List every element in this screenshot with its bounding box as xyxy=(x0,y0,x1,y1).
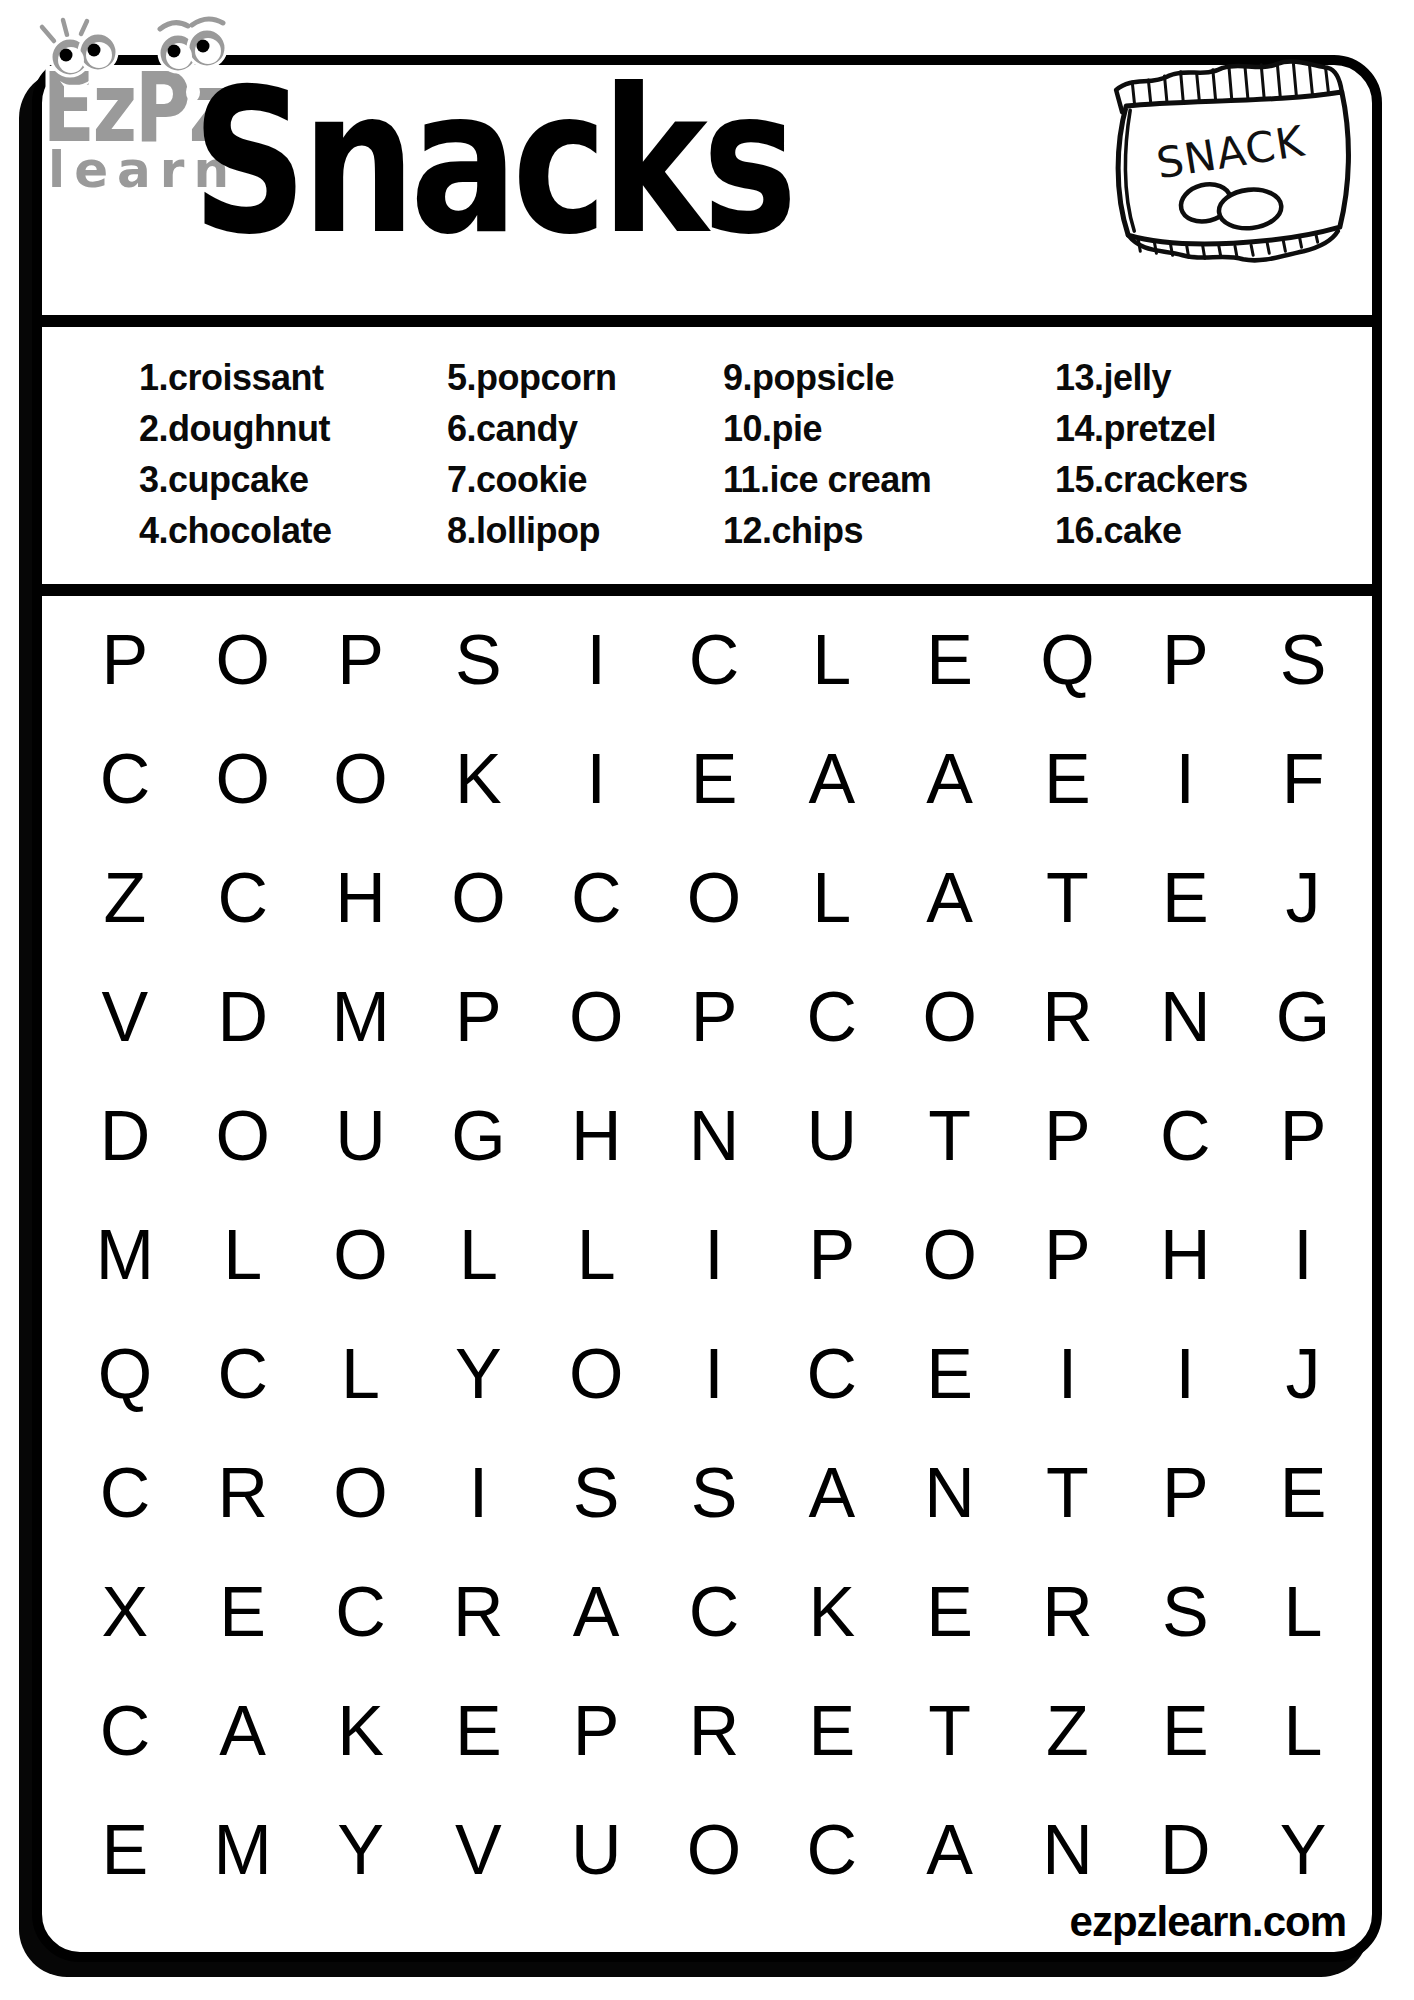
grid-cell[interactable]: C xyxy=(655,600,773,719)
grid-cell[interactable]: P xyxy=(1126,600,1244,719)
grid-cell[interactable]: O xyxy=(655,838,773,957)
page-title: Snacks xyxy=(192,17,792,307)
grid-cell[interactable]: E xyxy=(1244,1434,1362,1553)
grid-cell[interactable]: T xyxy=(891,1076,1009,1195)
grid-cell[interactable]: C xyxy=(66,719,184,838)
grid-cell[interactable]: O xyxy=(537,957,655,1076)
site-credit: ezpzlearn.com xyxy=(1070,1898,1346,1946)
word-list-column-3: 9.popsicle10.pie11.ice cream12.chips xyxy=(723,352,1055,556)
grid-cell[interactable]: E xyxy=(773,1672,891,1791)
grid-cell[interactable]: P xyxy=(655,957,773,1076)
header: EzPz learn xyxy=(42,65,1372,315)
grid-cell[interactable]: O xyxy=(184,719,302,838)
word-list-item: 1.croissant xyxy=(139,352,447,403)
grid-cell[interactable]: A xyxy=(891,838,1009,957)
grid-cell[interactable]: N xyxy=(655,1076,773,1195)
grid-cell[interactable]: E xyxy=(184,1553,302,1672)
word-list-item: 5.popcorn xyxy=(447,352,723,403)
grid-cell[interactable]: E xyxy=(1126,838,1244,957)
grid-cell[interactable]: V xyxy=(66,957,184,1076)
word-list-item: 7.cookie xyxy=(447,454,723,505)
grid-cell[interactable]: A xyxy=(184,1672,302,1791)
word-list-column-1: 1.croissant2.doughnut3.cupcake4.chocolat… xyxy=(139,352,447,556)
grid-cell[interactable]: D xyxy=(66,1076,184,1195)
grid-cell[interactable]: Z xyxy=(66,838,184,957)
grid-cell[interactable]: C xyxy=(773,1791,891,1910)
grid-cell[interactable]: L xyxy=(1244,1553,1362,1672)
grid-cell[interactable]: C xyxy=(184,838,302,957)
grid-cell[interactable]: E xyxy=(419,1672,537,1791)
grid-cell[interactable]: S xyxy=(1244,600,1362,719)
word-list-item: 4.chocolate xyxy=(139,505,447,556)
grid-cell[interactable]: K xyxy=(773,1553,891,1672)
grid-cell[interactable]: I xyxy=(1126,1315,1244,1434)
grid-cell[interactable]: Y xyxy=(419,1315,537,1434)
grid-cell[interactable]: L xyxy=(1244,1672,1362,1791)
grid-cell[interactable]: U xyxy=(302,1076,420,1195)
grid-cell[interactable]: A xyxy=(773,719,891,838)
word-list-item: 9.popsicle xyxy=(723,352,1055,403)
grid-cell[interactable]: C xyxy=(655,1553,773,1672)
grid-cell[interactable]: P xyxy=(302,600,420,719)
grid-cell[interactable]: S xyxy=(655,1434,773,1553)
word-list-item: 8.lollipop xyxy=(447,505,723,556)
grid-cell[interactable]: J xyxy=(1244,1315,1362,1434)
grid-cell[interactable]: O xyxy=(184,600,302,719)
word-list-item: 12.chips xyxy=(723,505,1055,556)
grid-cell[interactable]: Y xyxy=(1244,1791,1362,1910)
grid-cell[interactable]: T xyxy=(891,1672,1009,1791)
grid-cell[interactable]: R xyxy=(1009,1553,1127,1672)
grid-cell[interactable]: Z xyxy=(1009,1672,1127,1791)
grid-cell[interactable]: N xyxy=(891,1434,1009,1553)
grid-cell[interactable]: A xyxy=(773,1434,891,1553)
grid-cell[interactable]: O xyxy=(655,1791,773,1910)
grid-cell[interactable]: R xyxy=(1009,957,1127,1076)
grid-cell[interactable]: L xyxy=(419,1195,537,1314)
word-list-column-2: 5.popcorn6.candy7.cookie8.lollipop xyxy=(447,352,723,556)
grid-cell[interactable]: A xyxy=(891,1791,1009,1910)
grid-cell[interactable]: P xyxy=(537,1672,655,1791)
grid-cell[interactable]: L xyxy=(773,838,891,957)
grid-cell[interactable]: M xyxy=(66,1195,184,1314)
grid-cell[interactable]: E xyxy=(891,1553,1009,1672)
grid-cell[interactable]: E xyxy=(1009,719,1127,838)
grid-cell[interactable]: P xyxy=(419,957,537,1076)
grid-cell[interactable]: H xyxy=(302,838,420,957)
grid-cell[interactable]: P xyxy=(1244,1076,1362,1195)
grid-cell[interactable]: C xyxy=(184,1315,302,1434)
word-list-item: 6.candy xyxy=(447,403,723,454)
word-list-item: 3.cupcake xyxy=(139,454,447,505)
grid-cell[interactable]: I xyxy=(537,600,655,719)
grid-cell[interactable]: R xyxy=(419,1553,537,1672)
grid-cell[interactable]: T xyxy=(1009,1434,1127,1553)
grid-cell[interactable]: O xyxy=(302,719,420,838)
grid-cell[interactable]: P xyxy=(773,1195,891,1314)
grid-cell[interactable]: D xyxy=(1126,1791,1244,1910)
word-list: 1.croissant2.doughnut3.cupcake4.chocolat… xyxy=(42,327,1372,584)
grid-cell[interactable]: P xyxy=(1126,1434,1244,1553)
grid-cell[interactable]: D xyxy=(184,957,302,1076)
word-list-item: 16.cake xyxy=(1055,505,1372,556)
word-list-item: 11.ice cream xyxy=(723,454,1055,505)
divider-top xyxy=(42,315,1372,327)
grid-cell[interactable]: I xyxy=(655,1315,773,1434)
grid-cell[interactable]: E xyxy=(891,1315,1009,1434)
word-list-column-4: 13.jelly14.pretzel15.crackers16.cake xyxy=(1055,352,1372,556)
grid-cell[interactable]: C xyxy=(66,1434,184,1553)
snack-bag-illustration: SNACK xyxy=(1102,41,1364,269)
grid-cell[interactable]: Q xyxy=(1009,600,1127,719)
grid-cell[interactable]: J xyxy=(1244,838,1362,957)
grid-cell[interactable]: P xyxy=(1009,1195,1127,1314)
grid-cell[interactable]: A xyxy=(891,719,1009,838)
grid-cell[interactable]: P xyxy=(66,600,184,719)
grid-cell[interactable]: V xyxy=(419,1791,537,1910)
word-list-item: 13.jelly xyxy=(1055,352,1372,403)
grid-cell[interactable]: P xyxy=(1009,1076,1127,1195)
grid-cell[interactable]: E xyxy=(66,1791,184,1910)
grid-cell[interactable]: C xyxy=(1126,1076,1244,1195)
grid-cell[interactable]: F xyxy=(1244,719,1362,838)
grid-cell[interactable]: R xyxy=(184,1434,302,1553)
grid-cell[interactable]: C xyxy=(773,957,891,1076)
grid-cell[interactable]: L xyxy=(773,600,891,719)
grid-cell[interactable]: U xyxy=(537,1791,655,1910)
grid-cell[interactable]: C xyxy=(302,1553,420,1672)
grid-cell[interactable]: O xyxy=(419,838,537,957)
word-list-item: 15.crackers xyxy=(1055,454,1372,505)
grid-cell[interactable]: N xyxy=(1126,957,1244,1076)
grid-cell[interactable]: N xyxy=(1009,1791,1127,1910)
grid-cell[interactable]: I xyxy=(655,1195,773,1314)
grid-cell[interactable]: S xyxy=(1126,1553,1244,1672)
grid-cell[interactable]: Y xyxy=(302,1791,420,1910)
grid-cell[interactable]: I xyxy=(419,1434,537,1553)
grid-cell[interactable]: C xyxy=(773,1315,891,1434)
grid-cell[interactable]: I xyxy=(1244,1195,1362,1314)
grid-cell[interactable]: H xyxy=(537,1076,655,1195)
word-list-item: 10.pie xyxy=(723,403,1055,454)
grid-cell[interactable]: G xyxy=(419,1076,537,1195)
letter-grid: POPSICLEQPSCOOKIEAAEIFZCHOCOLATEJVDMPOPC… xyxy=(42,596,1372,1952)
grid-cell[interactable]: O xyxy=(537,1315,655,1434)
grid-cell[interactable]: L xyxy=(537,1195,655,1314)
grid-cell[interactable]: Q xyxy=(66,1315,184,1434)
grid-cell[interactable]: O xyxy=(891,1195,1009,1314)
grid-cell[interactable]: I xyxy=(1009,1315,1127,1434)
grid-cell[interactable]: X xyxy=(66,1553,184,1672)
word-list-item: 14.pretzel xyxy=(1055,403,1372,454)
grid-cell[interactable]: O xyxy=(302,1434,420,1553)
grid-cell[interactable]: C xyxy=(537,838,655,957)
grid-cell[interactable]: G xyxy=(1244,957,1362,1076)
grid-cell[interactable]: M xyxy=(184,1791,302,1910)
grid-cell[interactable]: R xyxy=(655,1672,773,1791)
grid-cell[interactable]: I xyxy=(1126,719,1244,838)
grid-cell[interactable]: A xyxy=(537,1553,655,1672)
grid-cell[interactable]: O xyxy=(184,1076,302,1195)
grid-cell[interactable]: S xyxy=(537,1434,655,1553)
grid-cell[interactable]: K xyxy=(302,1672,420,1791)
grid-cell[interactable]: L xyxy=(184,1195,302,1314)
grid-cell[interactable]: S xyxy=(419,600,537,719)
grid-cell[interactable]: U xyxy=(773,1076,891,1195)
grid-cell[interactable]: O xyxy=(891,957,1009,1076)
word-list-item: 2.doughnut xyxy=(139,403,447,454)
grid-cell[interactable]: M xyxy=(302,957,420,1076)
divider-bottom xyxy=(42,584,1372,596)
grid-cell[interactable]: E xyxy=(1126,1672,1244,1791)
grid-cell[interactable]: L xyxy=(302,1315,420,1434)
grid-cell[interactable]: H xyxy=(1126,1195,1244,1314)
grid-cell[interactable]: T xyxy=(1009,838,1127,957)
grid-cell[interactable]: K xyxy=(419,719,537,838)
grid-cell[interactable]: C xyxy=(66,1672,184,1791)
grid-cell[interactable]: O xyxy=(302,1195,420,1314)
grid-cell[interactable]: I xyxy=(537,719,655,838)
grid-cell[interactable]: E xyxy=(655,719,773,838)
grid-cell[interactable]: E xyxy=(891,600,1009,719)
worksheet-sheet: EzPz learn xyxy=(32,55,1382,1962)
